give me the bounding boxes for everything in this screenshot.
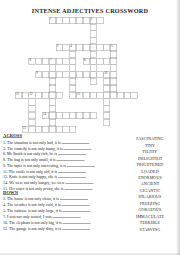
across-clue-list: 1.The situation is not only bad, it is3.… [3, 140, 119, 192]
grid-cell [110, 85, 117, 92]
clue-number: 5 [111, 44, 113, 47]
grid-cell [42, 58, 49, 65]
clue-text: I was not only scared, I was [7, 214, 52, 219]
grid-cell [35, 92, 42, 99]
clue-num: 1. [3, 140, 6, 145]
clue-text: The house is not only clean, it is [7, 197, 59, 202]
clue-text: The garage is not only dirty, it is [9, 226, 61, 231]
grid-cell: 2 [90, 17, 97, 24]
grid-cell [76, 71, 83, 78]
grid-cell [110, 51, 117, 58]
grid-cell [49, 119, 56, 126]
grid-cell [90, 51, 97, 58]
grid-cell: 5 [110, 44, 117, 51]
grid-cell [63, 58, 70, 65]
clue-number: 14 [43, 112, 46, 115]
grid-cell [63, 71, 70, 78]
grid-cell [97, 71, 104, 78]
clue-num: 5. [3, 208, 6, 213]
grid-cell [131, 92, 138, 99]
clue-line: 12.The garage is not only dirty, it is [3, 225, 119, 231]
grid-cell [63, 17, 70, 24]
clue-number: 7 [50, 58, 52, 61]
grid-cell [29, 112, 36, 119]
grid-cell [83, 92, 90, 99]
grid-cell [69, 112, 76, 119]
grid-cell [103, 119, 110, 126]
grid-cell [69, 71, 76, 78]
grid-cell [90, 37, 97, 44]
grid-cell [110, 78, 117, 85]
grid-cell [103, 99, 110, 106]
page-title: INTENSE ADJECTIVES CROSSWORD [0, 7, 180, 15]
grid-cell [83, 112, 90, 119]
clue-number: 1 [50, 17, 52, 20]
grid-cell: 4 [69, 44, 76, 51]
grid-cell [29, 105, 36, 112]
grid-cell [63, 44, 70, 51]
grid-cell [97, 58, 104, 65]
grid-cell: 3 [56, 44, 63, 51]
grid-cell [83, 44, 90, 51]
answer-blank [64, 186, 92, 190]
grid-cell [103, 92, 110, 99]
grid-cell: 15 [22, 126, 29, 133]
clue-num: 3. [3, 146, 6, 151]
word-bank-item: STARVING [122, 226, 178, 232]
grid-cell [56, 126, 63, 133]
grid-cell [56, 58, 63, 65]
grid-cell [42, 92, 49, 99]
clue-number: 3 [57, 44, 59, 47]
grid-cell [56, 92, 63, 99]
answer-blank [62, 140, 90, 144]
grid-cell [76, 17, 83, 24]
grid-cell: 13 [76, 92, 83, 99]
grid-cell [83, 17, 90, 24]
grid-cell [90, 58, 97, 65]
clue-number: 4 [70, 44, 72, 47]
grid-cell: 7 [49, 58, 56, 65]
clue-number: 11 [16, 92, 19, 95]
grid-cell [90, 71, 97, 78]
answer-blank [58, 151, 86, 155]
grid-cell [90, 112, 97, 119]
answer-blank [63, 208, 91, 212]
grid-cell [35, 58, 42, 65]
grid-cell: 8 [83, 58, 90, 65]
grid-cell [76, 112, 83, 119]
grid-cell [103, 78, 110, 85]
grid-cell: 1 [49, 17, 56, 24]
clue-number: 13 [77, 92, 80, 95]
answer-blank [66, 180, 94, 184]
grid-cell [90, 65, 97, 72]
clue-text: The elephant is not only big, it is [9, 220, 62, 225]
grid-cell [90, 31, 97, 38]
grid-cell [49, 105, 56, 112]
across-header: ACROSS [3, 133, 22, 138]
grid-cell [117, 92, 124, 99]
clue-num: 7. [3, 214, 6, 219]
grid-cell: 6 [29, 58, 36, 65]
clue-number: 9 [36, 72, 38, 75]
clue-text: The bag is not only small, it is [7, 157, 55, 162]
clue-num: 6. [3, 152, 6, 157]
grid-cell [69, 92, 76, 99]
down-header: DOWN [3, 190, 18, 195]
answer-blank [62, 202, 90, 206]
grid-cell [97, 17, 104, 24]
grid-cell [69, 58, 76, 65]
grid-cell [63, 126, 70, 133]
grid-cell [90, 92, 97, 99]
clue-text: We were not only hungry, we were [9, 180, 65, 185]
clue-num: 4. [3, 202, 6, 207]
clue-text: Katie is not only happy, she is [9, 175, 57, 180]
grid-cell [124, 92, 131, 99]
grid-cell [29, 99, 36, 106]
grid-cell [103, 58, 110, 65]
answer-blank [64, 145, 92, 149]
answer-blank [63, 220, 91, 224]
grid-cell [83, 71, 90, 78]
answer-blank [60, 196, 88, 200]
answer-blank [53, 214, 81, 218]
grid-cell [90, 78, 97, 85]
clue-number: 6 [29, 58, 31, 61]
clue-text: The topic is not only interesting, it is [7, 163, 66, 168]
grid-cell [49, 92, 56, 99]
answer-blank [56, 157, 84, 161]
grid-cell [110, 71, 117, 78]
grid-cell [35, 126, 42, 133]
grid-cell [56, 17, 63, 24]
clue-text: The comedy is not only funny, it is [7, 146, 63, 151]
clue-num: 13. [3, 175, 8, 180]
grid-cell [103, 105, 110, 112]
worksheet-page: INTENSE ADJECTIVES CROSSWORD 12345678910… [0, 0, 180, 255]
grid-cell [49, 78, 56, 85]
grid-cell [56, 112, 63, 119]
down-clue-list: 2.The house is not only clean, it is4.Th… [3, 196, 119, 231]
clue-number: 10 [104, 72, 107, 75]
clue-num: 8. [3, 157, 6, 162]
grid-cell [103, 85, 110, 92]
grid-cell [49, 112, 56, 119]
clue-num: 10. [3, 220, 8, 225]
grid-cell [49, 99, 56, 106]
grid-cell [22, 92, 29, 99]
clue-number: 15 [23, 126, 26, 129]
grid-cell [63, 112, 70, 119]
word-bank: FASCINATINGTINYFILTHYDELIGHTEDFRIGHTENED… [122, 136, 178, 233]
answer-blank [58, 174, 86, 178]
grid-cell [110, 58, 117, 65]
grid-cell: 10 [103, 71, 110, 78]
clue-text: The suitcase is not only large, it is [7, 208, 62, 213]
grid-cell: 11 [15, 92, 22, 99]
grid-cell [69, 65, 76, 72]
clue-num: 12. [3, 226, 8, 231]
grid-cell [110, 92, 117, 99]
crossword-grid: 123456789101112131415 [15, 17, 138, 133]
grid-cell [69, 17, 76, 24]
grid-cell [69, 126, 76, 133]
grid-cell [110, 65, 117, 72]
grid-cell [49, 85, 56, 92]
grid-cell [97, 44, 104, 51]
grid-cell [69, 78, 76, 85]
grid-cell [69, 85, 76, 92]
grid-cell [49, 71, 56, 78]
grid-cell [69, 51, 76, 58]
grid-cell [76, 44, 83, 51]
clue-text: The castle is not only old, it is [9, 169, 57, 174]
clue-number: 8 [84, 58, 86, 61]
answer-blank [67, 163, 95, 167]
grid-cell [49, 65, 56, 72]
grid-cell [29, 126, 36, 133]
grid-cell [42, 126, 49, 133]
clue-num: 14. [3, 180, 8, 185]
clue-text: The weather is not only cold, it is [7, 202, 61, 207]
grid-cell [42, 71, 49, 78]
grid-cell [29, 119, 36, 126]
answer-blank [62, 225, 90, 229]
clue-text: Mr Smith is not only rich, he is [7, 152, 57, 157]
answer-blank [58, 168, 86, 172]
clue-num: 2. [3, 197, 6, 202]
grid-cell [56, 71, 63, 78]
grid-cell [103, 112, 110, 119]
grid-cell [90, 44, 97, 51]
grid-cell: 12 [29, 92, 36, 99]
clue-num: 9. [3, 163, 6, 168]
grid-cell [97, 92, 104, 99]
grid-cell [103, 44, 110, 51]
clue-number: 2 [91, 17, 93, 20]
grid-cell [49, 126, 56, 133]
grid-cell: 9 [35, 71, 42, 78]
page-edge-shading [176, 0, 180, 255]
clue-number: 12 [29, 92, 32, 95]
clue-num: 11. [3, 169, 8, 174]
clue-line: 15.Her sister is not only pretty, she is [3, 186, 119, 192]
grid-cell [90, 24, 97, 31]
clue-text: The situation is not only bad, it is [7, 140, 61, 145]
grid-cell: 14 [42, 112, 49, 119]
